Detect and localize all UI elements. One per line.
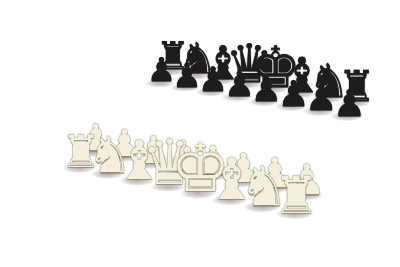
- square-c5[interactable]: [171, 107, 210, 126]
- square-b5[interactable]: [144, 102, 183, 121]
- square-g5[interactable]: [285, 128, 323, 149]
- coordinate-label-5: 5: [341, 141, 376, 156]
- coordinate-label-4: 4: [333, 156, 369, 172]
- coordinate-label-6: 6: [349, 126, 383, 140]
- square-e5[interactable]: [227, 117, 266, 137]
- square-h5[interactable]: [315, 133, 353, 154]
- square-a5[interactable]: [117, 97, 156, 115]
- coordinate-label-6: 6: [112, 84, 145, 96]
- square-f5[interactable]: [256, 122, 295, 142]
- coordinate-label-3: 3: [324, 173, 361, 189]
- chess-set-photo: abcdefgh abcdefgh 87654321 87654321 ♜♞♝♟…: [0, 0, 400, 267]
- black-pawn-h7[interactable]: ♟: [333, 85, 366, 122]
- white-rook-h1[interactable]: ♜: [274, 169, 320, 220]
- coordinate-label-5: 5: [99, 96, 133, 109]
